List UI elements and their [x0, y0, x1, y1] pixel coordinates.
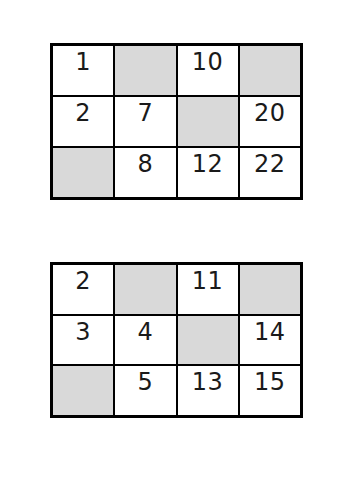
card1-cell-r1c3: 10	[177, 45, 239, 96]
card1-cell-r2c3	[177, 96, 239, 147]
card1-cell-r2c1: 2	[52, 96, 114, 147]
card2-cell-r2c2: 4	[114, 315, 176, 366]
card2-cell-r1c2	[114, 264, 176, 315]
card2-cell-r1c4	[239, 264, 301, 315]
bingo-card-1: 1 10 2 7 20 8 12 22	[50, 43, 303, 200]
card1-cell-r1c1: 1	[52, 45, 114, 96]
card2-cell-r1c3: 11	[177, 264, 239, 315]
card2-cell-r2c1: 3	[52, 315, 114, 366]
card2-cell-r3c3: 13	[177, 365, 239, 416]
card1-cell-r3c3: 12	[177, 147, 239, 198]
card1-cell-r3c4: 22	[239, 147, 301, 198]
card2-cell-r2c3	[177, 315, 239, 366]
bingo-card-2: 2 11 3 4 14 5 13 15	[50, 262, 303, 418]
card2-cell-r3c1	[52, 365, 114, 416]
card1-cell-r2c2: 7	[114, 96, 176, 147]
worksheet-page: 1 10 2 7 20 8 12 22 2 11 3 4 14 5 13 15	[0, 0, 354, 500]
card2-cell-r3c4: 15	[239, 365, 301, 416]
card2-cell-r1c1: 2	[52, 264, 114, 315]
card1-cell-r1c2	[114, 45, 176, 96]
card1-cell-r3c2: 8	[114, 147, 176, 198]
card1-cell-r3c1	[52, 147, 114, 198]
card1-cell-r1c4	[239, 45, 301, 96]
card2-cell-r2c4: 14	[239, 315, 301, 366]
card2-cell-r3c2: 5	[114, 365, 176, 416]
card1-cell-r2c4: 20	[239, 96, 301, 147]
